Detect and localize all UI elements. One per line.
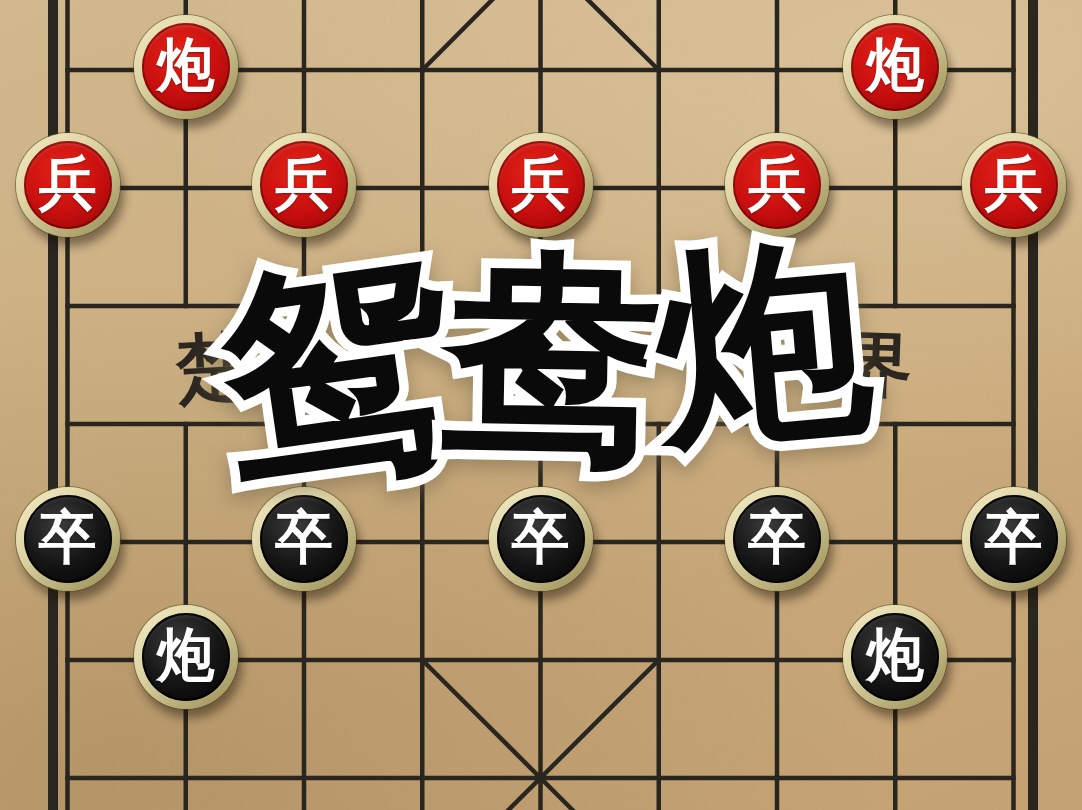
- piece-glyph: 卒: [748, 508, 806, 566]
- piece-disc: 卒: [497, 495, 585, 583]
- piece-disc: 兵: [260, 141, 348, 229]
- piece-red-cannon[interactable]: 炮: [843, 15, 947, 119]
- title-overlay: 鸳 鸯 炮: [225, 248, 871, 476]
- piece-disc: 兵: [970, 141, 1058, 229]
- piece-glyph: 炮: [866, 36, 924, 94]
- piece-black-soldier[interactable]: 卒: [962, 487, 1066, 591]
- piece-glyph: 兵: [512, 154, 570, 212]
- piece-glyph: 炮: [157, 626, 215, 684]
- piece-disc: 兵: [497, 141, 585, 229]
- piece-disc: 炮: [851, 23, 939, 111]
- piece-glyph: 炮: [157, 36, 215, 94]
- piece-black-soldier[interactable]: 卒: [16, 487, 120, 591]
- piece-black-soldier[interactable]: 卒: [489, 487, 593, 591]
- piece-glyph: 兵: [39, 154, 97, 212]
- piece-red-cannon[interactable]: 炮: [134, 15, 238, 119]
- piece-disc: 卒: [733, 495, 821, 583]
- xiangqi-board[interactable]: 楚 界 炮炮兵兵兵兵兵卒卒卒卒炮炮卒 鸳 鸯 炮: [0, 0, 1082, 810]
- piece-black-soldier[interactable]: 卒: [725, 487, 829, 591]
- piece-red-soldier[interactable]: 兵: [489, 133, 593, 237]
- title-char-yuan: 鸳: [212, 243, 470, 501]
- piece-glyph: 卒: [985, 508, 1043, 566]
- piece-black-cannon[interactable]: 炮: [843, 605, 947, 709]
- piece-glyph: 兵: [275, 154, 333, 212]
- piece-disc: 炮: [851, 613, 939, 701]
- piece-glyph: 卒: [512, 508, 570, 566]
- piece-glyph: 炮: [866, 626, 924, 684]
- title-char-yang: 鸯: [441, 248, 665, 472]
- title-char-pao: 炮: [649, 229, 879, 459]
- piece-red-soldier[interactable]: 兵: [962, 133, 1066, 237]
- piece-glyph: 卒: [275, 508, 333, 566]
- piece-disc: 卒: [970, 495, 1058, 583]
- piece-disc: 炮: [142, 613, 230, 701]
- piece-black-cannon[interactable]: 炮: [134, 605, 238, 709]
- piece-glyph: 兵: [985, 154, 1043, 212]
- piece-disc: 卒: [24, 495, 112, 583]
- piece-red-soldier[interactable]: 兵: [252, 133, 356, 237]
- piece-red-soldier[interactable]: 兵: [16, 133, 120, 237]
- piece-disc: 兵: [24, 141, 112, 229]
- piece-glyph: 卒: [39, 508, 97, 566]
- piece-disc: 炮: [142, 23, 230, 111]
- piece-glyph: 兵: [748, 154, 806, 212]
